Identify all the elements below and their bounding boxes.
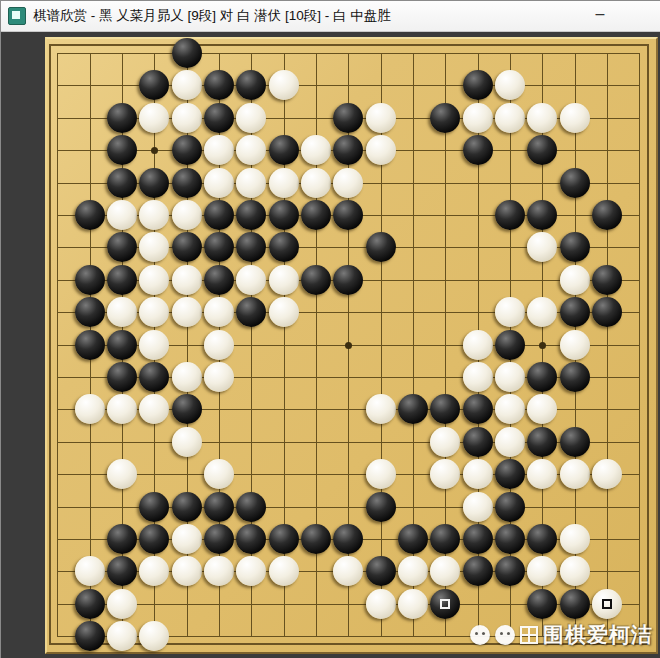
white-stone — [204, 168, 234, 198]
white-stone — [107, 459, 137, 489]
grid-icon — [520, 626, 538, 644]
black-stone — [592, 200, 622, 230]
black-stone — [236, 492, 266, 522]
white-stone — [269, 556, 299, 586]
white-stone — [366, 589, 396, 619]
wechat-icon — [470, 625, 490, 645]
white-stone — [172, 524, 202, 554]
white-stone — [139, 265, 169, 295]
black-stone — [430, 589, 460, 619]
black-stone — [463, 394, 493, 424]
black-stone — [398, 524, 428, 554]
white-stone — [495, 362, 525, 392]
black-stone — [107, 135, 137, 165]
black-stone — [463, 427, 493, 457]
white-stone — [560, 265, 590, 295]
black-stone — [107, 265, 137, 295]
black-stone — [560, 427, 590, 457]
black-stone — [366, 492, 396, 522]
star-point — [539, 342, 546, 349]
white-stone — [592, 589, 622, 619]
white-stone — [495, 297, 525, 327]
title-bar: 棋谱欣赏 - 黑 乂菜月昴乂 [9段] 对 白 潜伏 [10段] - 白 中盘胜… — [1, 1, 660, 32]
window-title: 棋谱欣赏 - 黑 乂菜月昴乂 [9段] 对 白 潜伏 [10段] - 白 中盘胜 — [33, 7, 391, 25]
black-stone — [463, 70, 493, 100]
white-stone — [398, 589, 428, 619]
wechat-icon — [495, 625, 515, 645]
white-stone — [366, 394, 396, 424]
white-stone — [139, 103, 169, 133]
white-stone — [107, 621, 137, 651]
star-point — [345, 342, 352, 349]
white-stone — [269, 265, 299, 295]
black-stone — [75, 589, 105, 619]
minimize-button[interactable]: – — [587, 3, 613, 27]
white-stone — [236, 265, 266, 295]
white-stone — [172, 362, 202, 392]
black-stone — [463, 556, 493, 586]
white-stone — [75, 556, 105, 586]
black-stone — [592, 265, 622, 295]
grid-line-v — [607, 53, 608, 636]
black-stone — [333, 103, 363, 133]
white-stone — [301, 135, 331, 165]
white-stone — [139, 330, 169, 360]
last-move-marker — [602, 599, 612, 609]
black-stone — [333, 265, 363, 295]
white-stone — [269, 70, 299, 100]
black-stone — [172, 168, 202, 198]
black-stone — [269, 135, 299, 165]
white-stone — [172, 70, 202, 100]
white-stone — [172, 200, 202, 230]
black-stone — [560, 589, 590, 619]
watermark-text: 围棋爱柯洁 — [543, 621, 653, 649]
white-stone — [560, 459, 590, 489]
white-stone — [560, 330, 590, 360]
white-stone — [366, 459, 396, 489]
black-stone — [560, 297, 590, 327]
black-stone — [75, 265, 105, 295]
black-stone — [75, 621, 105, 651]
white-stone — [495, 103, 525, 133]
black-stone — [560, 362, 590, 392]
white-stone — [204, 297, 234, 327]
black-stone — [527, 589, 557, 619]
black-stone — [172, 232, 202, 262]
white-stone — [107, 200, 137, 230]
black-stone — [172, 38, 202, 68]
white-stone — [204, 459, 234, 489]
white-stone — [107, 589, 137, 619]
black-stone — [204, 524, 234, 554]
white-stone — [75, 394, 105, 424]
white-stone — [172, 556, 202, 586]
white-stone — [366, 135, 396, 165]
black-stone — [172, 492, 202, 522]
black-stone — [204, 200, 234, 230]
black-stone — [139, 168, 169, 198]
black-stone — [301, 524, 331, 554]
white-stone — [560, 524, 590, 554]
white-stone — [172, 265, 202, 295]
white-stone — [560, 556, 590, 586]
black-stone — [495, 492, 525, 522]
black-stone — [172, 394, 202, 424]
white-stone — [269, 297, 299, 327]
black-stone — [75, 297, 105, 327]
black-stone — [430, 103, 460, 133]
white-stone — [463, 459, 493, 489]
white-stone — [172, 297, 202, 327]
black-stone — [107, 103, 137, 133]
black-stone — [495, 524, 525, 554]
white-stone — [236, 168, 266, 198]
white-stone — [333, 168, 363, 198]
black-stone — [366, 232, 396, 262]
black-stone — [107, 362, 137, 392]
white-stone — [204, 135, 234, 165]
white-stone — [172, 103, 202, 133]
white-stone — [204, 362, 234, 392]
black-stone — [366, 556, 396, 586]
black-stone — [463, 135, 493, 165]
grid-line-v — [639, 53, 640, 636]
white-stone — [463, 492, 493, 522]
white-stone — [463, 103, 493, 133]
black-stone — [560, 168, 590, 198]
black-stone — [463, 524, 493, 554]
black-stone — [107, 168, 137, 198]
black-stone — [495, 459, 525, 489]
black-stone — [560, 232, 590, 262]
white-stone — [204, 330, 234, 360]
white-stone — [495, 427, 525, 457]
black-stone — [269, 524, 299, 554]
black-stone — [495, 200, 525, 230]
white-stone — [172, 427, 202, 457]
black-stone — [495, 330, 525, 360]
white-stone — [463, 330, 493, 360]
black-stone — [75, 330, 105, 360]
black-stone — [107, 524, 137, 554]
game-record-window: 棋谱欣赏 - 黑 乂菜月昴乂 [9段] 对 白 潜伏 [10段] - 白 中盘胜… — [0, 0, 660, 658]
white-stone — [527, 103, 557, 133]
black-stone — [204, 265, 234, 295]
black-stone — [172, 135, 202, 165]
black-stone — [75, 200, 105, 230]
white-stone — [107, 297, 137, 327]
white-stone — [269, 168, 299, 198]
watermark: 围棋爱柯洁 — [470, 621, 653, 649]
white-stone — [560, 103, 590, 133]
white-stone — [430, 427, 460, 457]
black-stone — [269, 232, 299, 262]
black-stone — [139, 492, 169, 522]
app-icon — [8, 7, 26, 25]
black-stone — [592, 297, 622, 327]
black-stone — [269, 200, 299, 230]
white-stone — [463, 362, 493, 392]
white-stone — [301, 168, 331, 198]
black-stone — [204, 103, 234, 133]
black-stone — [301, 200, 331, 230]
white-stone — [236, 103, 266, 133]
black-stone — [107, 330, 137, 360]
white-stone — [366, 103, 396, 133]
white-stone — [592, 459, 622, 489]
last-move-marker — [440, 599, 450, 609]
black-stone — [301, 265, 331, 295]
black-stone — [527, 427, 557, 457]
black-stone — [204, 492, 234, 522]
